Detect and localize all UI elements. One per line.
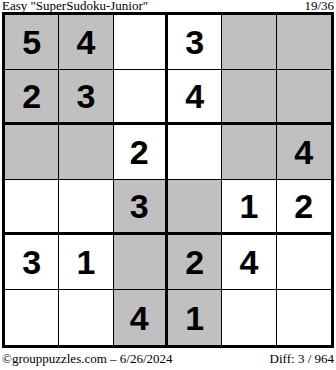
cell-r2c2[interactable]: 3 — [59, 70, 113, 125]
cell-r2c4[interactable]: 4 — [168, 70, 222, 125]
cell-r6c3[interactable]: 4 — [114, 290, 168, 345]
cell-r1c4[interactable]: 3 — [168, 15, 222, 70]
cell-r3c5[interactable] — [222, 125, 276, 180]
cell-r3c1[interactable] — [5, 125, 59, 180]
cell-r2c6[interactable] — [277, 70, 331, 125]
copyright-text: ©grouppuzzles.com – 6/26/2024 — [2, 351, 173, 367]
puzzle-title: Easy "SuperSudoku-Junior" — [2, 0, 148, 12]
difficulty-text: Diff: 3 / 964 — [270, 351, 334, 367]
cell-r6c2[interactable] — [59, 290, 113, 345]
cell-r3c3[interactable]: 2 — [114, 125, 168, 180]
cell-r5c6[interactable] — [277, 235, 331, 290]
cell-r1c3[interactable] — [114, 15, 168, 70]
cell-r5c2[interactable]: 1 — [59, 235, 113, 290]
cell-r1c1[interactable]: 5 — [5, 15, 59, 70]
cell-r6c1[interactable] — [5, 290, 59, 345]
cell-r6c4[interactable]: 1 — [168, 290, 222, 345]
cell-r4c1[interactable] — [5, 180, 59, 235]
cell-r4c6[interactable]: 2 — [277, 180, 331, 235]
cell-r5c1[interactable]: 3 — [5, 235, 59, 290]
cell-r1c5[interactable] — [222, 15, 276, 70]
cell-r1c2[interactable]: 4 — [59, 15, 113, 70]
header: Easy "SuperSudoku-Junior" 19/36 — [0, 0, 336, 12]
cell-r4c5[interactable]: 1 — [222, 180, 276, 235]
cell-r3c4[interactable] — [168, 125, 222, 180]
footer: ©grouppuzzles.com – 6/26/2024 Diff: 3 / … — [0, 348, 336, 370]
cell-r6c6[interactable] — [277, 290, 331, 345]
cell-r4c2[interactable] — [59, 180, 113, 235]
cell-r1c6[interactable] — [277, 15, 331, 70]
cell-r2c5[interactable] — [222, 70, 276, 125]
cell-r5c5[interactable]: 4 — [222, 235, 276, 290]
cell-r5c3[interactable] — [114, 235, 168, 290]
cell-r2c3[interactable] — [114, 70, 168, 125]
puzzle-page: Easy "SuperSudoku-Junior" 19/36 54323424… — [0, 0, 336, 370]
cell-r6c5[interactable] — [222, 290, 276, 345]
puzzle-counter: 19/36 — [304, 0, 334, 12]
cell-r4c4[interactable] — [168, 180, 222, 235]
cell-r2c1[interactable]: 2 — [5, 70, 59, 125]
cell-r3c2[interactable] — [59, 125, 113, 180]
cell-r4c3[interactable]: 3 — [114, 180, 168, 235]
sudoku-board: 54323424312312441 — [2, 12, 334, 348]
cell-r3c6[interactable]: 4 — [277, 125, 331, 180]
cell-r5c4[interactable]: 2 — [168, 235, 222, 290]
